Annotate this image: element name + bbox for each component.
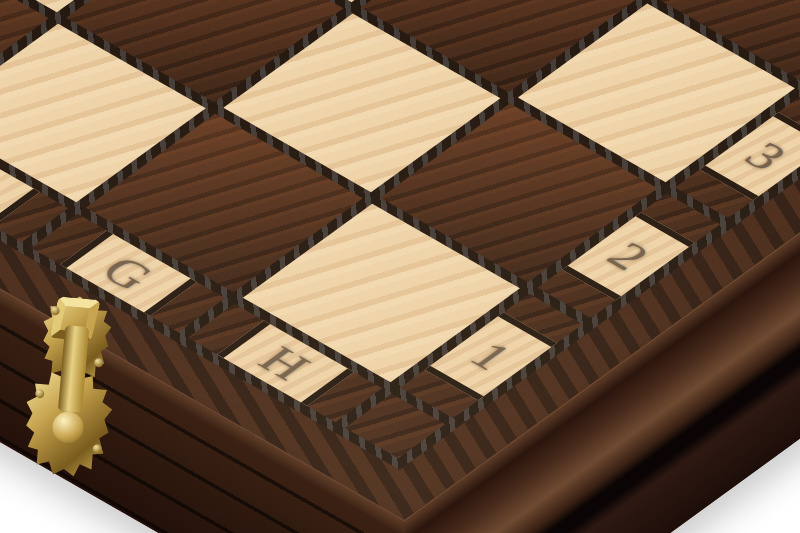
rank-label: 3 [736, 136, 797, 177]
file-label: G [93, 250, 163, 296]
brass-latch [8, 291, 135, 482]
file-label: F [0, 162, 2, 204]
file-label: H [250, 340, 320, 386]
photo-scene: ABCDEFGH8877665544332211ABCDEFGH [0, 0, 800, 533]
latch-screw-icon [94, 358, 104, 368]
rank-label: 2 [599, 236, 660, 277]
rank-label: 1 [461, 336, 522, 377]
